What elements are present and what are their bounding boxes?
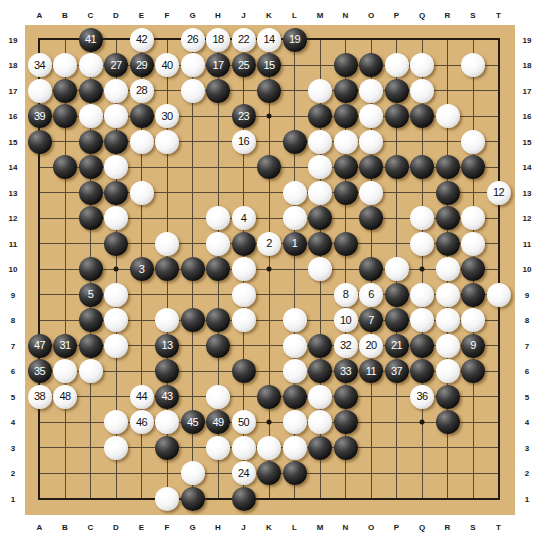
stone-black-M7 <box>308 334 332 358</box>
stone-black-B17 <box>53 79 77 103</box>
stone-black-G4-move-45: 45 <box>181 410 205 434</box>
column-label-bottom-Q: Q <box>419 523 425 532</box>
star-point-K10 <box>267 267 272 272</box>
stone-black-P8 <box>385 308 409 332</box>
row-label-left-17: 17 <box>9 86 18 95</box>
stone-black-S7-move-9: 9 <box>461 334 485 358</box>
stone-black-N5 <box>334 385 358 409</box>
column-label-top-L: L <box>292 11 297 20</box>
column-label-top-P: P <box>394 11 399 20</box>
stone-black-N3 <box>334 436 358 460</box>
row-label-right-19: 19 <box>523 35 532 44</box>
stone-black-O12 <box>359 206 383 230</box>
column-label-bottom-N: N <box>343 523 349 532</box>
stone-black-R11 <box>436 232 460 256</box>
column-label-bottom-J: J <box>241 523 245 532</box>
stone-white-O7-move-20: 20 <box>359 334 383 358</box>
stone-white-M14 <box>308 155 332 179</box>
column-label-top-G: G <box>189 11 195 20</box>
stone-white-S15 <box>461 130 485 154</box>
stone-black-F6 <box>155 359 179 383</box>
stone-white-J9 <box>232 283 256 307</box>
stone-white-R8 <box>436 308 460 332</box>
stone-black-P17 <box>385 79 409 103</box>
stone-black-G1 <box>181 487 205 511</box>
stone-black-J11 <box>232 232 256 256</box>
stone-black-R14 <box>436 155 460 179</box>
column-label-top-K: K <box>266 11 272 20</box>
stone-white-O9-move-6: 6 <box>359 283 383 307</box>
stone-white-Q5-move-36: 36 <box>410 385 434 409</box>
star-point-Q4 <box>420 420 425 425</box>
row-label-left-15: 15 <box>9 137 18 146</box>
stone-black-O10 <box>359 257 383 281</box>
row-label-right-7: 7 <box>525 341 529 350</box>
stone-white-E5-move-44: 44 <box>130 385 154 409</box>
column-label-top-M: M <box>317 11 324 20</box>
row-label-right-16: 16 <box>523 112 532 121</box>
stone-black-E18-move-29: 29 <box>130 53 154 77</box>
stone-black-O6-move-11: 11 <box>359 359 383 383</box>
stone-white-E17-move-28: 28 <box>130 79 154 103</box>
row-label-right-5: 5 <box>525 392 529 401</box>
stone-white-K19-move-14: 14 <box>257 28 281 52</box>
row-label-right-3: 3 <box>525 443 529 452</box>
column-label-bottom-P: P <box>394 523 399 532</box>
row-label-right-12: 12 <box>523 214 532 223</box>
column-label-top-J: J <box>241 11 245 20</box>
stone-black-L11-move-1: 1 <box>283 232 307 256</box>
row-label-left-16: 16 <box>9 112 18 121</box>
stone-black-G8 <box>181 308 205 332</box>
stone-black-B16 <box>53 104 77 128</box>
stone-black-Q14 <box>410 155 434 179</box>
stone-white-Q18 <box>410 53 434 77</box>
stone-black-N13 <box>334 181 358 205</box>
stone-white-F16-move-30: 30 <box>155 104 179 128</box>
stone-black-O18 <box>359 53 383 77</box>
stone-white-L8 <box>283 308 307 332</box>
stone-black-C15 <box>79 130 103 154</box>
stone-white-D12 <box>104 206 128 230</box>
stone-white-F8 <box>155 308 179 332</box>
stone-white-G19-move-26: 26 <box>181 28 205 52</box>
stone-white-O17 <box>359 79 383 103</box>
stone-white-A5-move-38: 38 <box>28 385 52 409</box>
stone-white-M13 <box>308 181 332 205</box>
column-label-top-N: N <box>343 11 349 20</box>
stone-black-J1 <box>232 487 256 511</box>
column-label-bottom-D: D <box>113 523 119 532</box>
stone-black-L15 <box>283 130 307 154</box>
stone-black-P14 <box>385 155 409 179</box>
stone-black-N11 <box>334 232 358 256</box>
stone-white-H12 <box>206 206 230 230</box>
stone-white-S18 <box>461 53 485 77</box>
stone-white-L13 <box>283 181 307 205</box>
stone-white-D17 <box>104 79 128 103</box>
column-label-top-B: B <box>62 11 68 20</box>
stone-white-L7 <box>283 334 307 358</box>
row-label-right-14: 14 <box>523 163 532 172</box>
stone-black-F3 <box>155 436 179 460</box>
row-label-left-7: 7 <box>11 341 15 350</box>
stone-black-D18-move-27: 27 <box>104 53 128 77</box>
stone-white-B5-move-48: 48 <box>53 385 77 409</box>
stone-black-C13 <box>79 181 103 205</box>
stone-white-D7 <box>104 334 128 358</box>
stone-black-K14 <box>257 155 281 179</box>
stone-black-E16 <box>130 104 154 128</box>
stone-black-A16-move-39: 39 <box>28 104 52 128</box>
stone-black-A15 <box>28 130 52 154</box>
stone-white-R10 <box>436 257 460 281</box>
stone-black-J16-move-23: 23 <box>232 104 256 128</box>
stone-white-Q17 <box>410 79 434 103</box>
stone-white-R16 <box>436 104 460 128</box>
stone-black-F10 <box>155 257 179 281</box>
stone-black-F7-move-13: 13 <box>155 334 179 358</box>
stone-black-K18-move-15: 15 <box>257 53 281 77</box>
column-label-top-S: S <box>470 11 475 20</box>
row-label-left-6: 6 <box>11 367 15 376</box>
stone-black-P6-move-37: 37 <box>385 359 409 383</box>
row-label-left-3: 3 <box>11 443 15 452</box>
row-label-right-13: 13 <box>523 188 532 197</box>
stone-white-E15 <box>130 130 154 154</box>
stone-black-C19-move-41: 41 <box>79 28 103 52</box>
stone-white-B6 <box>53 359 77 383</box>
column-label-bottom-F: F <box>165 523 170 532</box>
row-label-left-13: 13 <box>9 188 18 197</box>
stone-white-Q11 <box>410 232 434 256</box>
stone-black-F5-move-43: 43 <box>155 385 179 409</box>
stone-black-N6-move-33: 33 <box>334 359 358 383</box>
stone-black-M3 <box>308 436 332 460</box>
stone-white-D16 <box>104 104 128 128</box>
column-label-top-C: C <box>88 11 94 20</box>
stone-white-G18 <box>181 53 205 77</box>
stone-white-A18-move-34: 34 <box>28 53 52 77</box>
stone-black-H8 <box>206 308 230 332</box>
column-label-bottom-E: E <box>139 523 144 532</box>
stone-white-D14 <box>104 155 128 179</box>
row-label-right-10: 10 <box>523 265 532 274</box>
column-label-top-F: F <box>165 11 170 20</box>
stone-black-C9-move-5: 5 <box>79 283 103 307</box>
stone-black-S14 <box>461 155 485 179</box>
column-label-bottom-R: R <box>445 523 451 532</box>
stone-white-E13 <box>130 181 154 205</box>
stone-black-H18-move-17: 17 <box>206 53 230 77</box>
column-label-top-E: E <box>139 11 144 20</box>
stone-white-L4 <box>283 410 307 434</box>
stone-black-C7 <box>79 334 103 358</box>
stone-black-L19-move-19: 19 <box>283 28 307 52</box>
row-label-right-2: 2 <box>525 469 529 478</box>
stone-white-J3 <box>232 436 256 460</box>
stone-black-H4-move-49: 49 <box>206 410 230 434</box>
stone-black-P7-move-21: 21 <box>385 334 409 358</box>
stone-white-F4 <box>155 410 179 434</box>
stone-white-E19-move-42: 42 <box>130 28 154 52</box>
stone-black-L2 <box>283 461 307 485</box>
stone-white-Q12 <box>410 206 434 230</box>
stone-white-O13 <box>359 181 383 205</box>
stone-black-P16 <box>385 104 409 128</box>
stone-white-H5 <box>206 385 230 409</box>
row-label-left-1: 1 <box>11 494 15 503</box>
stone-black-B7-move-31: 31 <box>53 334 77 358</box>
star-point-K4 <box>267 420 272 425</box>
stone-white-J2-move-24: 24 <box>232 461 256 485</box>
stone-white-S8 <box>461 308 485 332</box>
column-label-bottom-B: B <box>62 523 68 532</box>
stone-black-O14 <box>359 155 383 179</box>
stone-black-Q7 <box>410 334 434 358</box>
stone-black-N18 <box>334 53 358 77</box>
column-label-bottom-H: H <box>215 523 221 532</box>
stone-white-N9-move-8: 8 <box>334 283 358 307</box>
column-label-bottom-C: C <box>88 523 94 532</box>
stone-white-J15-move-16: 16 <box>232 130 256 154</box>
stone-black-C12 <box>79 206 103 230</box>
column-label-bottom-K: K <box>266 523 272 532</box>
row-label-right-17: 17 <box>523 86 532 95</box>
column-label-bottom-G: G <box>189 523 195 532</box>
stone-white-M15 <box>308 130 332 154</box>
stone-white-P10 <box>385 257 409 281</box>
stone-white-F11 <box>155 232 179 256</box>
column-label-bottom-A: A <box>37 523 43 532</box>
stone-white-N15 <box>334 130 358 154</box>
row-label-left-2: 2 <box>11 469 15 478</box>
stone-white-G17 <box>181 79 205 103</box>
stone-white-O15 <box>359 130 383 154</box>
stone-black-A6-move-35: 35 <box>28 359 52 383</box>
stone-black-H17 <box>206 79 230 103</box>
column-label-top-R: R <box>445 11 451 20</box>
stone-black-K2 <box>257 461 281 485</box>
stone-black-C10 <box>79 257 103 281</box>
stone-white-E4-move-46: 46 <box>130 410 154 434</box>
star-point-Q10 <box>420 267 425 272</box>
row-label-right-6: 6 <box>525 367 529 376</box>
stone-black-E10-move-3: 3 <box>130 257 154 281</box>
stone-white-A17 <box>28 79 52 103</box>
column-label-top-O: O <box>368 11 374 20</box>
row-label-right-11: 11 <box>523 239 531 248</box>
row-label-left-19: 19 <box>9 35 18 44</box>
stone-black-S6 <box>461 359 485 383</box>
row-label-left-18: 18 <box>9 61 18 70</box>
stone-white-G2 <box>181 461 205 485</box>
stone-black-S9 <box>461 283 485 307</box>
go-board[interactable]: 4142261822141934272940172515283930231612… <box>25 25 515 515</box>
star-point-K16 <box>267 114 272 119</box>
stone-white-J12-move-4: 4 <box>232 206 256 230</box>
stone-white-J19-move-22: 22 <box>232 28 256 52</box>
stone-black-R5 <box>436 385 460 409</box>
stone-white-F18-move-40: 40 <box>155 53 179 77</box>
stone-black-K5 <box>257 385 281 409</box>
row-label-left-11: 11 <box>9 239 17 248</box>
row-label-right-18: 18 <box>523 61 532 70</box>
stone-black-Q16 <box>410 104 434 128</box>
stone-white-T13-move-12: 12 <box>487 181 511 205</box>
stone-white-L6 <box>283 359 307 383</box>
row-label-right-8: 8 <box>525 316 529 325</box>
stone-black-R4 <box>436 410 460 434</box>
stone-black-J6 <box>232 359 256 383</box>
stone-black-A7-move-47: 47 <box>28 334 52 358</box>
stone-white-J4-move-50: 50 <box>232 410 256 434</box>
stone-white-L3 <box>283 436 307 460</box>
stone-white-R9 <box>436 283 460 307</box>
row-label-right-9: 9 <box>525 290 529 299</box>
row-label-left-14: 14 <box>9 163 18 172</box>
stone-white-K3 <box>257 436 281 460</box>
column-label-bottom-T: T <box>496 523 501 532</box>
stone-white-C16 <box>79 104 103 128</box>
stone-black-D11 <box>104 232 128 256</box>
stone-white-H11 <box>206 232 230 256</box>
stone-black-O8-move-7: 7 <box>359 308 383 332</box>
stone-black-H7 <box>206 334 230 358</box>
stone-black-N4 <box>334 410 358 434</box>
stone-white-R6 <box>436 359 460 383</box>
row-label-right-1: 1 <box>525 494 529 503</box>
row-label-left-4: 4 <box>11 418 15 427</box>
stone-white-M10 <box>308 257 332 281</box>
row-label-left-10: 10 <box>9 265 18 274</box>
stone-black-Q6 <box>410 359 434 383</box>
stone-black-D13 <box>104 181 128 205</box>
stone-white-H3 <box>206 436 230 460</box>
stone-white-D3 <box>104 436 128 460</box>
stone-black-M16 <box>308 104 332 128</box>
stone-black-N17 <box>334 79 358 103</box>
stone-black-N14 <box>334 155 358 179</box>
stone-white-D8 <box>104 308 128 332</box>
stone-black-N16 <box>334 104 358 128</box>
stone-black-R13 <box>436 181 460 205</box>
row-label-left-9: 9 <box>11 290 15 299</box>
column-label-bottom-L: L <box>292 523 297 532</box>
go-diagram: 4142261822141934272940172515283930231612… <box>0 0 540 540</box>
column-label-bottom-M: M <box>317 523 324 532</box>
stone-white-N8-move-10: 10 <box>334 308 358 332</box>
column-label-bottom-O: O <box>368 523 374 532</box>
column-label-top-D: D <box>113 11 119 20</box>
stone-black-H10 <box>206 257 230 281</box>
stone-white-L12 <box>283 206 307 230</box>
row-label-left-12: 12 <box>9 214 18 223</box>
row-label-left-8: 8 <box>11 316 15 325</box>
stone-white-C6 <box>79 359 103 383</box>
stone-black-M6 <box>308 359 332 383</box>
row-label-right-4: 4 <box>525 418 529 427</box>
stone-black-C8 <box>79 308 103 332</box>
stone-black-M11 <box>308 232 332 256</box>
stone-white-C18 <box>79 53 103 77</box>
column-label-top-H: H <box>215 11 221 20</box>
stone-white-K11-move-2: 2 <box>257 232 281 256</box>
stone-white-F15 <box>155 130 179 154</box>
stone-white-M17 <box>308 79 332 103</box>
stone-black-P9 <box>385 283 409 307</box>
stone-white-P18 <box>385 53 409 77</box>
stone-white-S11 <box>461 232 485 256</box>
stone-black-B14 <box>53 155 77 179</box>
stone-white-N7-move-32: 32 <box>334 334 358 358</box>
stone-white-D9 <box>104 283 128 307</box>
column-label-top-T: T <box>496 11 501 20</box>
stone-white-Q9 <box>410 283 434 307</box>
stone-white-O16 <box>359 104 383 128</box>
star-point-D10 <box>114 267 119 272</box>
stone-white-R7 <box>436 334 460 358</box>
stone-white-S12 <box>461 206 485 230</box>
stone-black-S10 <box>461 257 485 281</box>
stone-black-R12 <box>436 206 460 230</box>
stone-black-D15 <box>104 130 128 154</box>
stone-white-D4 <box>104 410 128 434</box>
stone-white-T9 <box>487 283 511 307</box>
row-label-left-5: 5 <box>11 392 15 401</box>
row-label-right-15: 15 <box>523 137 532 146</box>
stone-white-B18 <box>53 53 77 77</box>
column-label-top-Q: Q <box>419 11 425 20</box>
stone-black-K17 <box>257 79 281 103</box>
stone-black-M12 <box>308 206 332 230</box>
column-label-bottom-S: S <box>470 523 475 532</box>
stone-black-G10 <box>181 257 205 281</box>
column-label-top-A: A <box>37 11 43 20</box>
stone-white-J8 <box>232 308 256 332</box>
stone-white-J10 <box>232 257 256 281</box>
stone-white-M5 <box>308 385 332 409</box>
stone-white-Q8 <box>410 308 434 332</box>
stone-black-C17 <box>79 79 103 103</box>
stone-black-C14 <box>79 155 103 179</box>
stone-black-J18-move-25: 25 <box>232 53 256 77</box>
stone-white-F1 <box>155 487 179 511</box>
stone-black-L5 <box>283 385 307 409</box>
stone-white-H19-move-18: 18 <box>206 28 230 52</box>
stone-white-M4 <box>308 410 332 434</box>
